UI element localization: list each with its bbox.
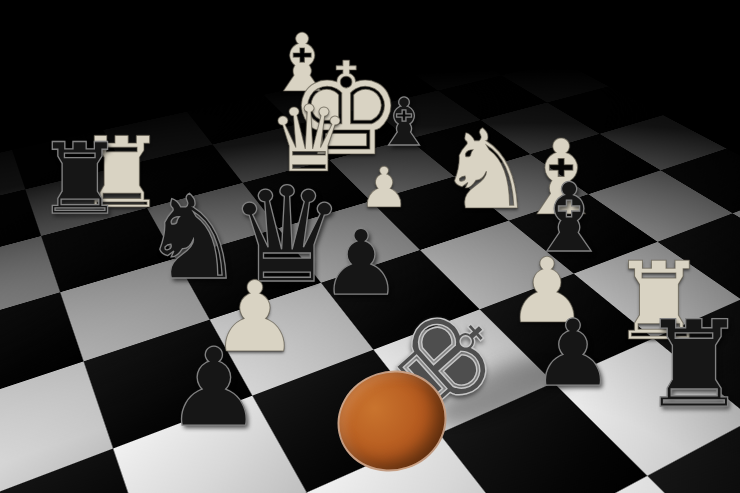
chess-scene: ♝♚♛♝♜♜♟♞♝♛♞♝♟♟♟♜♟♜♟♚ <box>0 0 740 493</box>
black-pawn-left[interactable]: ♟ <box>166 334 263 442</box>
black-rook-left[interactable]: ♜ <box>36 130 124 228</box>
black-pawn-right[interactable]: ♟ <box>532 308 614 400</box>
black-pawn-center[interactable]: ♟ <box>321 218 402 308</box>
black-rook-front[interactable]: ♜ <box>640 305 740 425</box>
white-pawn-back[interactable]: ♟ <box>359 160 409 216</box>
